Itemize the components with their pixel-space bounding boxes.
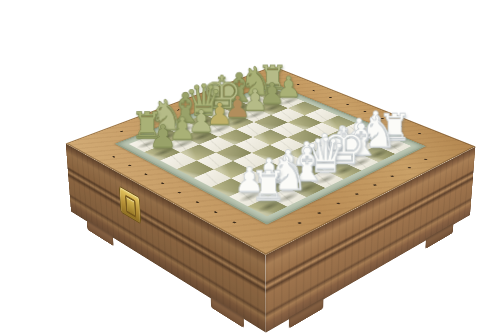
chess-set-photo: ♜♞♝♛♚♝♞♜♟♟♟♟♟♟♟♟♟♟♟♟♟♟♟♟♜♞♝♛♚♝♞♜ <box>0 0 500 334</box>
box-foot <box>425 223 453 249</box>
green-pawn[interactable]: ♟ <box>138 121 187 152</box>
box-foot <box>289 298 324 329</box>
pieces-layer: ♜♞♝♛♚♝♞♜♟♟♟♟♟♟♟♟♟♟♟♟♟♟♟♟♜♞♝♛♚♝♞♜ <box>129 88 412 216</box>
wooden-chess-box: ♜♞♝♛♚♝♞♜♟♟♟♟♟♟♟♟♟♟♟♟♟♟♟♟♜♞♝♛♚♝♞♜ <box>66 66 476 255</box>
white-rook[interactable]: ♜ <box>241 165 294 206</box>
